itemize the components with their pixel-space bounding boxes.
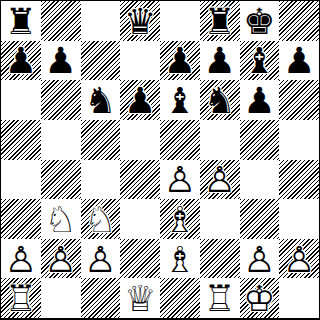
piece-glyph: ♙ [81, 240, 121, 279]
piece-glyph: ♞ [200, 81, 240, 120]
square-h2[interactable]: ♟♙ [279, 239, 319, 279]
black-bishop: ♝♝ [240, 41, 280, 81]
white-rook: ♜♖ [200, 278, 240, 318]
square-h8[interactable] [279, 1, 319, 41]
square-b8[interactable] [41, 1, 81, 41]
black-pawn: ♟♟ [200, 41, 240, 81]
piece-glyph: ♝ [240, 42, 280, 81]
piece-glyph: ♟ [279, 42, 319, 81]
square-f8[interactable]: ♜♜ [200, 1, 240, 41]
square-f1[interactable]: ♜♖ [200, 278, 240, 318]
square-a5[interactable] [1, 120, 41, 160]
piece-glyph: ♘ [81, 200, 121, 239]
square-e2[interactable]: ♝♗ [160, 239, 200, 279]
square-f3[interactable] [200, 199, 240, 239]
square-a6[interactable] [1, 80, 41, 120]
white-pawn: ♟♙ [160, 160, 200, 200]
piece-glyph: ♟ [120, 81, 160, 120]
piece-glyph: ♙ [41, 240, 81, 279]
square-b3[interactable]: ♞♘ [41, 199, 81, 239]
square-f6[interactable]: ♞♞ [200, 80, 240, 120]
square-d1[interactable]: ♛♕ [120, 278, 160, 318]
square-a1[interactable]: ♜♖ [1, 278, 41, 318]
white-queen: ♛♕ [120, 278, 160, 318]
square-h3[interactable] [279, 199, 319, 239]
piece-glyph: ♟ [41, 42, 81, 81]
piece-glyph: ♙ [240, 240, 280, 279]
white-pawn: ♟♙ [41, 239, 81, 279]
square-h7[interactable]: ♟♟ [279, 41, 319, 81]
white-bishop: ♝♗ [160, 199, 200, 239]
black-pawn: ♟♟ [160, 41, 200, 81]
square-e7[interactable]: ♟♟ [160, 41, 200, 81]
piece-glyph: ♜ [1, 2, 41, 41]
square-e1[interactable] [160, 278, 200, 318]
square-c5[interactable] [81, 120, 121, 160]
square-d5[interactable] [120, 120, 160, 160]
white-pawn: ♟♙ [200, 160, 240, 200]
square-g4[interactable] [240, 160, 280, 200]
black-queen: ♛♛ [120, 1, 160, 41]
square-a2[interactable]: ♟♙ [1, 239, 41, 279]
square-d4[interactable] [120, 160, 160, 200]
black-pawn: ♟♟ [1, 41, 41, 81]
square-d3[interactable] [120, 199, 160, 239]
white-pawn: ♟♙ [240, 239, 280, 279]
square-a7[interactable]: ♟♟ [1, 41, 41, 81]
square-b5[interactable] [41, 120, 81, 160]
piece-glyph: ♘ [41, 200, 81, 239]
square-d6[interactable]: ♟♟ [120, 80, 160, 120]
square-b4[interactable] [41, 160, 81, 200]
square-c4[interactable] [81, 160, 121, 200]
black-rook: ♜♜ [200, 1, 240, 41]
square-g1[interactable]: ♚♔ [240, 278, 280, 318]
square-c7[interactable] [81, 41, 121, 81]
piece-glyph: ♟ [240, 81, 280, 120]
white-king: ♚♔ [240, 278, 280, 318]
black-pawn: ♟♟ [240, 80, 280, 120]
square-a3[interactable] [1, 199, 41, 239]
square-b1[interactable] [41, 278, 81, 318]
piece-glyph: ♗ [160, 240, 200, 279]
piece-glyph: ♖ [200, 279, 240, 318]
square-e5[interactable] [160, 120, 200, 160]
square-c6[interactable]: ♞♞ [81, 80, 121, 120]
white-knight: ♞♘ [41, 199, 81, 239]
square-f7[interactable]: ♟♟ [200, 41, 240, 81]
black-rook: ♜♜ [1, 1, 41, 41]
black-knight: ♞♞ [200, 80, 240, 120]
white-rook: ♜♖ [1, 278, 41, 318]
square-b6[interactable] [41, 80, 81, 120]
square-g2[interactable]: ♟♙ [240, 239, 280, 279]
black-king: ♚♚ [240, 1, 280, 41]
square-c1[interactable] [81, 278, 121, 318]
piece-glyph: ♟ [160, 42, 200, 81]
piece-glyph: ♙ [279, 240, 319, 279]
black-knight: ♞♞ [81, 80, 121, 120]
square-b2[interactable]: ♟♙ [41, 239, 81, 279]
white-pawn: ♟♙ [81, 239, 121, 279]
square-e8[interactable] [160, 1, 200, 41]
square-e4[interactable]: ♟♙ [160, 160, 200, 200]
square-g5[interactable] [240, 120, 280, 160]
square-f5[interactable] [200, 120, 240, 160]
square-d8[interactable]: ♛♛ [120, 1, 160, 41]
square-c8[interactable] [81, 1, 121, 41]
white-pawn: ♟♙ [1, 239, 41, 279]
chess-board: ♜♜♛♛♜♜♚♚♟♟♟♟♟♟♟♟♝♝♟♟♞♞♟♟♝♝♞♞♟♟♟♙♟♙♞♘♞♘♝♗… [0, 0, 320, 320]
white-knight: ♞♘ [81, 199, 121, 239]
square-b7[interactable]: ♟♟ [41, 41, 81, 81]
piece-glyph: ♙ [160, 161, 200, 200]
piece-glyph: ♝ [160, 81, 200, 120]
piece-glyph: ♗ [160, 200, 200, 239]
piece-glyph: ♕ [120, 279, 160, 318]
piece-glyph: ♟ [1, 42, 41, 81]
square-c3[interactable]: ♞♘ [81, 199, 121, 239]
piece-glyph: ♜ [200, 2, 240, 41]
square-c2[interactable]: ♟♙ [81, 239, 121, 279]
black-bishop: ♝♝ [160, 80, 200, 120]
piece-glyph: ♔ [240, 279, 280, 318]
square-e3[interactable]: ♝♗ [160, 199, 200, 239]
square-a8[interactable]: ♜♜ [1, 1, 41, 41]
square-d7[interactable] [120, 41, 160, 81]
square-h4[interactable] [279, 160, 319, 200]
piece-glyph: ♖ [1, 279, 41, 318]
piece-glyph: ♚ [240, 2, 280, 41]
square-g6[interactable]: ♟♟ [240, 80, 280, 120]
square-h1[interactable] [279, 278, 319, 318]
white-pawn: ♟♙ [279, 239, 319, 279]
piece-glyph: ♞ [81, 81, 121, 120]
square-h5[interactable] [279, 120, 319, 160]
square-a4[interactable] [1, 160, 41, 200]
square-d2[interactable] [120, 239, 160, 279]
piece-glyph: ♙ [1, 240, 41, 279]
white-bishop: ♝♗ [160, 239, 200, 279]
square-g8[interactable]: ♚♚ [240, 1, 280, 41]
square-g7[interactable]: ♝♝ [240, 41, 280, 81]
square-f2[interactable] [200, 239, 240, 279]
square-h6[interactable] [279, 80, 319, 120]
square-e6[interactable]: ♝♝ [160, 80, 200, 120]
black-pawn: ♟♟ [41, 41, 81, 81]
piece-glyph: ♙ [200, 161, 240, 200]
piece-glyph: ♟ [200, 42, 240, 81]
square-f4[interactable]: ♟♙ [200, 160, 240, 200]
square-g3[interactable] [240, 199, 280, 239]
black-pawn: ♟♟ [120, 80, 160, 120]
piece-glyph: ♛ [120, 2, 160, 41]
black-pawn: ♟♟ [279, 41, 319, 81]
